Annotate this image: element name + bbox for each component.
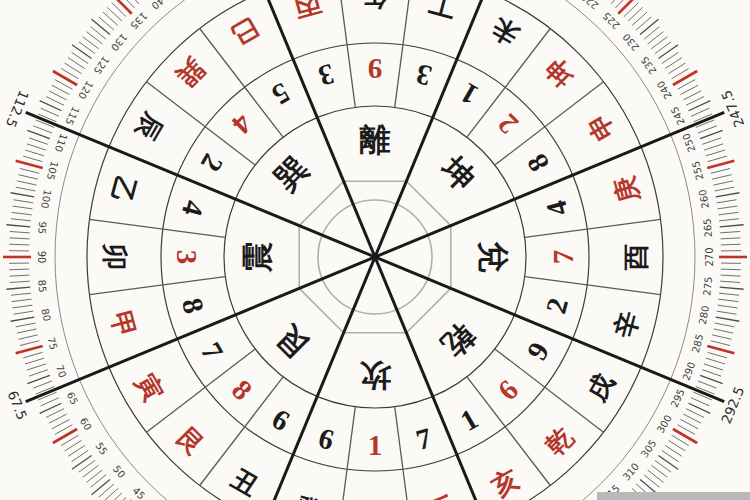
ring-number: 7: [547, 250, 579, 265]
trigram-char: 震: [240, 242, 275, 274]
ring-number: 9: [368, 53, 383, 85]
trigram-char: 坎: [360, 358, 393, 393]
ring-number: 1: [368, 429, 383, 461]
mountain-char: 卯: [100, 243, 129, 270]
mountain-char: 酉: [622, 244, 651, 271]
degree-label: 270: [704, 247, 715, 266]
degree-label: 275: [701, 276, 714, 296]
degree-label: 95: [36, 221, 48, 235]
trigram-char: 兌: [476, 241, 511, 273]
ring-number: 3: [171, 250, 203, 265]
degree-label: 85: [36, 279, 48, 293]
mountain-char: 午: [362, 0, 389, 11]
photo-edge-artifact: [597, 492, 750, 500]
degree-label: 90: [36, 251, 47, 264]
luopan-compass-diagram: 坎艮震巽離坤兌乾166878342453931284729617子癸丑艮寅甲卯乙…: [0, 0, 750, 500]
degree-label: 80: [40, 308, 53, 322]
trigram-char: 離: [359, 122, 391, 157]
luopan-compass-screenshot: 坎艮震巽離坤兌乾166878342453931284729617子癸丑艮寅甲卯乙…: [0, 0, 750, 500]
degree-label: 265: [701, 218, 714, 238]
